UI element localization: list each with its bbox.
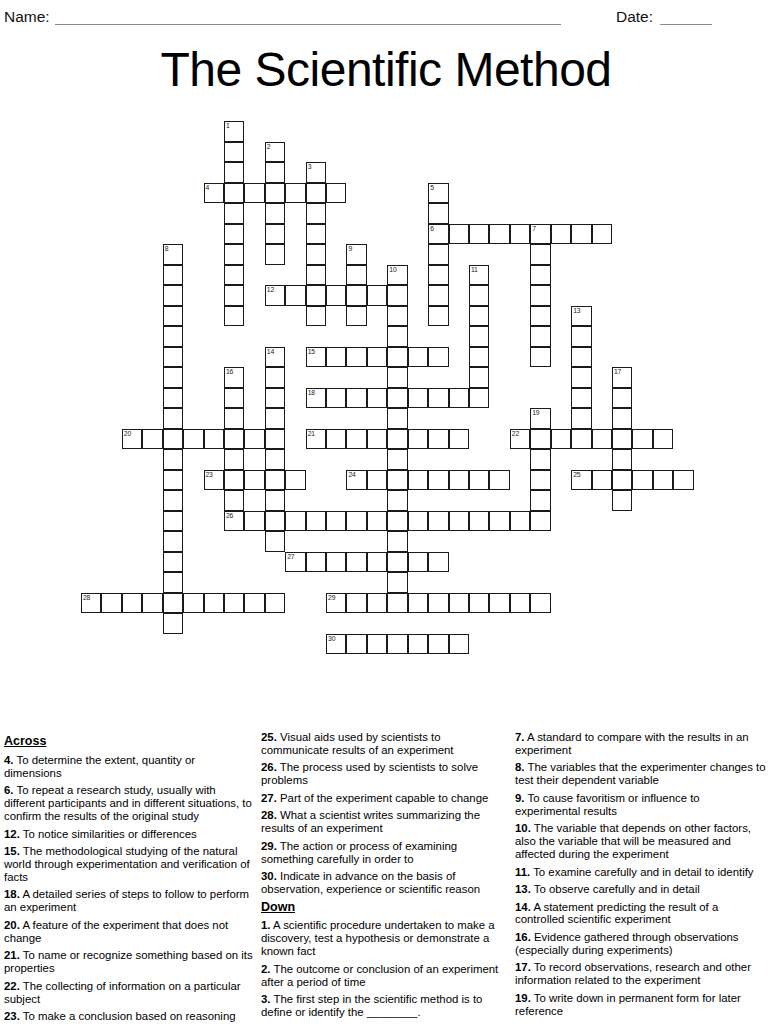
grid-cell[interactable] — [224, 593, 244, 614]
grid-cell[interactable] — [183, 429, 203, 450]
grid-cell[interactable] — [571, 326, 591, 347]
grid-cell[interactable] — [449, 511, 469, 532]
grid-cell[interactable] — [510, 224, 530, 245]
grid-cell[interactable] — [530, 347, 550, 368]
grid-cell[interactable] — [428, 470, 448, 491]
grid-cell[interactable] — [387, 593, 407, 614]
grid-cell[interactable] — [367, 347, 387, 368]
grid-cell[interactable] — [163, 490, 183, 511]
grid-cell[interactable] — [408, 388, 428, 409]
cell-number: 9 — [348, 245, 352, 253]
grid-cell[interactable] — [265, 593, 285, 614]
grid-cell[interactable] — [326, 552, 346, 573]
grid-cell[interactable] — [163, 593, 183, 614]
grid-cell[interactable] — [387, 285, 407, 306]
grid-cell[interactable] — [387, 531, 407, 552]
grid-cell[interactable] — [224, 429, 244, 450]
clue-down-8: 8. The variables that the experimenter c… — [515, 761, 768, 787]
grid-cell[interactable] — [244, 183, 264, 204]
grid-cell[interactable]: 18 — [306, 388, 326, 409]
grid-cell[interactable] — [530, 449, 550, 470]
grid-cell[interactable] — [449, 634, 469, 655]
grid-cell[interactable] — [510, 511, 530, 532]
grid-cell[interactable] — [408, 347, 428, 368]
grid-cell[interactable] — [326, 511, 346, 532]
grid-cell[interactable] — [612, 470, 632, 491]
grid-cell[interactable] — [265, 162, 285, 183]
grid-cell[interactable] — [244, 511, 264, 532]
grid-cell[interactable]: 4 — [204, 183, 224, 204]
clue-across-27: 27. Part of the experiment capable to ch… — [261, 792, 509, 805]
grid-cell[interactable] — [244, 593, 264, 614]
grid-cell[interactable] — [163, 347, 183, 368]
grid-cell[interactable] — [489, 224, 509, 245]
grid-cell[interactable] — [204, 429, 224, 450]
cell-number: 4 — [206, 184, 210, 192]
date-label: Date: — [616, 8, 653, 26]
grid-cell[interactable] — [224, 490, 244, 511]
grid-cell[interactable] — [612, 429, 632, 450]
grid-cell[interactable] — [367, 429, 387, 450]
grid-cell[interactable]: 26 — [224, 511, 244, 532]
grid-cell[interactable] — [265, 388, 285, 409]
grid-cell[interactable]: 24 — [346, 470, 366, 491]
grid-cell[interactable] — [571, 388, 591, 409]
clue-number: 22. — [4, 980, 20, 992]
grid-cell[interactable] — [265, 490, 285, 511]
grid-cell[interactable] — [428, 203, 448, 224]
grid-cell[interactable] — [612, 408, 632, 429]
grid-cell[interactable] — [326, 429, 346, 450]
grid-cell[interactable] — [387, 326, 407, 347]
grid-cell[interactable] — [469, 285, 489, 306]
clue-across-18: 18. A detailed series of steps to follow… — [4, 888, 254, 914]
page-title: The Scientific Method — [0, 42, 772, 97]
grid-cell[interactable] — [346, 306, 366, 327]
grid-cell[interactable] — [530, 265, 550, 286]
clue-across-22: 22. The collecting of information on a p… — [4, 980, 254, 1006]
cell-number: 8 — [165, 245, 169, 253]
cell-number: 13 — [573, 307, 580, 315]
grid-cell[interactable] — [387, 449, 407, 470]
grid-cell[interactable] — [183, 593, 203, 614]
grid-cell[interactable]: 11 — [469, 265, 489, 286]
grid-cell[interactable] — [306, 265, 326, 286]
grid-cell[interactable] — [346, 511, 366, 532]
clue-number: 13. — [515, 883, 531, 895]
grid-cell[interactable] — [224, 224, 244, 245]
grid-cell[interactable] — [306, 244, 326, 265]
grid-cell[interactable] — [387, 490, 407, 511]
clue-across-20: 20. A feature of the experiment that doe… — [4, 919, 254, 945]
cell-number: 15 — [308, 348, 315, 356]
grid-cell[interactable]: 10 — [387, 265, 407, 286]
grid-cell[interactable] — [530, 511, 550, 532]
clue-down-1: 1. A scientific procedure undertaken to … — [261, 919, 509, 958]
grid-cell[interactable] — [163, 408, 183, 429]
clue-down-7: 7. A standard to compare with the result… — [515, 731, 768, 757]
cell-number: 2 — [267, 143, 271, 151]
grid-cell[interactable] — [306, 511, 326, 532]
grid-cell[interactable] — [387, 367, 407, 388]
clue-down-3: 3. The first step in the scientific meth… — [261, 993, 509, 1019]
clue-across-26: 26. The process used by scientists to so… — [261, 761, 509, 787]
grid-cell[interactable] — [489, 593, 509, 614]
grid-cell[interactable]: 21 — [306, 429, 326, 450]
grid-cell[interactable] — [367, 552, 387, 573]
grid-cell[interactable] — [163, 388, 183, 409]
clue-number: 15. — [4, 845, 20, 857]
grid-cell[interactable]: 6 — [428, 224, 448, 245]
grid-cell[interactable] — [530, 429, 550, 450]
cell-number: 3 — [308, 163, 312, 171]
grid-cell[interactable] — [449, 224, 469, 245]
grid-cell[interactable] — [367, 285, 387, 306]
clue-across-15: 15. The methodological studying of the n… — [4, 845, 254, 884]
grid-cell[interactable] — [265, 449, 285, 470]
grid-cell[interactable] — [530, 490, 550, 511]
grid-cell[interactable] — [653, 470, 673, 491]
date-blank-line[interactable] — [660, 8, 712, 25]
grid-cell[interactable] — [285, 285, 305, 306]
grid-cell[interactable] — [306, 224, 326, 245]
cell-number: 19 — [532, 409, 539, 417]
grid-cell[interactable] — [408, 470, 428, 491]
grid-cell[interactable]: 15 — [306, 347, 326, 368]
grid-cell[interactable] — [224, 285, 244, 306]
grid-cell[interactable] — [306, 306, 326, 327]
clue-down-10: 10. The variable that depends on other f… — [515, 822, 768, 861]
grid-cell[interactable] — [163, 613, 183, 634]
grid-cell[interactable] — [653, 429, 673, 450]
grid-cell[interactable] — [449, 429, 469, 450]
grid-cell[interactable] — [428, 347, 448, 368]
grid-cell[interactable] — [306, 183, 326, 204]
grid-cell[interactable] — [469, 593, 489, 614]
clue-number: 9. — [515, 792, 525, 804]
grid-cell[interactable] — [224, 388, 244, 409]
name-blank-line[interactable] — [55, 8, 561, 25]
grid-cell[interactable] — [244, 429, 264, 450]
grid-cell[interactable] — [367, 511, 387, 532]
grid-cell[interactable] — [489, 470, 509, 491]
cell-number: 28 — [83, 594, 90, 602]
grid-cell[interactable]: 20 — [122, 429, 142, 450]
grid-cell[interactable] — [408, 634, 428, 655]
grid-cell[interactable] — [428, 285, 448, 306]
clue-number: 28. — [261, 809, 277, 821]
grid-cell[interactable] — [469, 347, 489, 368]
grid-cell[interactable] — [387, 388, 407, 409]
clue-across-6: 6. To repeat a research study, usually w… — [4, 784, 254, 823]
clue-number: 18. — [4, 888, 20, 900]
grid-cell[interactable] — [346, 388, 366, 409]
grid-cell[interactable] — [571, 347, 591, 368]
down-heading: Down — [261, 901, 509, 914]
grid-cell[interactable] — [224, 183, 244, 204]
grid-cell[interactable] — [632, 470, 652, 491]
grid-cell[interactable] — [530, 470, 550, 491]
grid-cell[interactable] — [530, 593, 550, 614]
grid-cell[interactable]: 8 — [163, 244, 183, 265]
clue-number: 23. — [4, 1010, 20, 1022]
grid-cell[interactable] — [224, 142, 244, 163]
grid-cell[interactable]: 3 — [306, 162, 326, 183]
grid-cell[interactable] — [346, 429, 366, 450]
grid-cell[interactable] — [387, 408, 407, 429]
grid-cell[interactable] — [265, 470, 285, 491]
grid-cell[interactable] — [530, 285, 550, 306]
grid-cell[interactable] — [530, 306, 550, 327]
crossword-grid: 1234567891011121314151617181920212223242… — [81, 121, 694, 654]
grid-cell[interactable] — [306, 552, 326, 573]
clue-number: 11. — [515, 866, 530, 878]
grid-cell[interactable] — [428, 593, 448, 614]
grid-cell[interactable] — [469, 511, 489, 532]
clue-number: 16. — [515, 931, 531, 943]
clue-number: 27. — [261, 792, 277, 804]
grid-cell[interactable] — [163, 367, 183, 388]
grid-cell[interactable] — [469, 367, 489, 388]
grid-cell[interactable] — [571, 367, 591, 388]
grid-cell[interactable] — [163, 470, 183, 491]
grid-cell[interactable] — [204, 593, 224, 614]
grid-cell[interactable] — [428, 634, 448, 655]
grid-cell[interactable]: 12 — [265, 285, 285, 306]
clue-across-30: 30. Indicate in advance on the basis of … — [261, 870, 509, 896]
grid-cell[interactable] — [306, 203, 326, 224]
grid-cell[interactable] — [367, 388, 387, 409]
grid-cell[interactable] — [428, 244, 448, 265]
grid-cell[interactable] — [571, 429, 591, 450]
grid-cell[interactable] — [142, 593, 162, 614]
grid-cell[interactable]: 13 — [571, 306, 591, 327]
clue-number: 14. — [515, 901, 531, 913]
grid-cell[interactable] — [346, 347, 366, 368]
grid-cell[interactable] — [265, 429, 285, 450]
grid-cell[interactable] — [428, 429, 448, 450]
grid-cell[interactable] — [530, 326, 550, 347]
grid-cell[interactable] — [265, 408, 285, 429]
cell-number: 12 — [267, 286, 274, 294]
grid-cell[interactable] — [387, 306, 407, 327]
grid-cell[interactable] — [387, 511, 407, 532]
grid-cell[interactable] — [346, 593, 366, 614]
grid-cell[interactable] — [428, 511, 448, 532]
cell-number: 5 — [430, 184, 434, 192]
grid-cell[interactable] — [163, 552, 183, 573]
clue-column-right: 7. A standard to compare with the result… — [515, 731, 768, 1022]
cell-number: 20 — [124, 430, 131, 438]
grid-cell[interactable] — [346, 634, 366, 655]
cell-number: 16 — [226, 368, 233, 376]
grid-cell[interactable] — [469, 388, 489, 409]
grid-cell[interactable] — [367, 593, 387, 614]
grid-cell[interactable] — [449, 470, 469, 491]
grid-cell[interactable] — [346, 265, 366, 286]
grid-cell[interactable]: 29 — [326, 593, 346, 614]
grid-cell[interactable] — [428, 306, 448, 327]
grid-cell[interactable] — [122, 593, 142, 614]
grid-cell[interactable] — [285, 183, 305, 204]
clue-down-14: 14. A statement predicting the result of… — [515, 901, 768, 927]
across-heading: Across — [4, 735, 254, 748]
clue-down-17: 17. To record observations, research and… — [515, 961, 768, 987]
grid-cell[interactable] — [224, 203, 244, 224]
clue-number: 20. — [4, 919, 20, 931]
grid-cell[interactable] — [326, 388, 346, 409]
grid-cell[interactable] — [510, 593, 530, 614]
grid-cell[interactable] — [265, 244, 285, 265]
grid-cell[interactable] — [449, 388, 469, 409]
grid-cell[interactable]: 22 — [510, 429, 530, 450]
grid-cell[interactable] — [163, 511, 183, 532]
grid-cell[interactable] — [224, 265, 244, 286]
grid-cell[interactable]: 14 — [265, 347, 285, 368]
grid-cell[interactable] — [408, 593, 428, 614]
grid-cell[interactable] — [326, 183, 346, 204]
clue-across-12: 12. To notice similarities or difference… — [4, 828, 254, 841]
clue-number: 4. — [4, 754, 14, 766]
grid-cell[interactable]: 16 — [224, 367, 244, 388]
grid-cell[interactable] — [265, 367, 285, 388]
grid-cell[interactable] — [387, 429, 407, 450]
cell-number: 24 — [348, 471, 355, 479]
grid-cell[interactable] — [571, 224, 591, 245]
grid-cell[interactable] — [224, 408, 244, 429]
grid-cell[interactable]: 23 — [204, 470, 224, 491]
grid-cell[interactable] — [530, 244, 550, 265]
grid-cell[interactable] — [428, 552, 448, 573]
grid-cell[interactable]: 7 — [530, 224, 550, 245]
grid-cell[interactable] — [469, 470, 489, 491]
grid-cell[interactable] — [163, 531, 183, 552]
grid-cell[interactable] — [632, 429, 652, 450]
grid-cell[interactable] — [408, 429, 428, 450]
grid-cell[interactable] — [163, 306, 183, 327]
grid-cell[interactable] — [551, 224, 571, 245]
grid-cell[interactable] — [489, 511, 509, 532]
clue-column-left: Across4. To determine the extent, quanti… — [4, 735, 254, 1024]
clue-number: 10. — [515, 822, 531, 834]
grid-cell[interactable] — [428, 265, 448, 286]
grid-cell[interactable] — [163, 429, 183, 450]
grid-cell[interactable] — [265, 531, 285, 552]
grid-cell[interactable]: 17 — [612, 367, 632, 388]
grid-cell[interactable] — [469, 326, 489, 347]
grid-cell[interactable] — [285, 511, 305, 532]
grid-cell[interactable] — [326, 285, 346, 306]
grid-cell[interactable] — [224, 306, 244, 327]
grid-cell[interactable] — [265, 224, 285, 245]
grid-cell[interactable] — [163, 326, 183, 347]
grid-cell[interactable] — [387, 572, 407, 593]
grid-cell[interactable] — [367, 634, 387, 655]
grid-cell[interactable] — [346, 285, 366, 306]
clue-across-25: 25. Visual aids used by scientists to co… — [261, 731, 509, 757]
grid-cell[interactable] — [265, 183, 285, 204]
clue-down-16: 16. Evidence gathered through observatio… — [515, 931, 768, 957]
grid-cell[interactable] — [224, 162, 244, 183]
grid-cell[interactable] — [367, 470, 387, 491]
grid-cell[interactable] — [101, 593, 121, 614]
clue-column-middle: 25. Visual aids used by scientists to co… — [261, 731, 509, 1024]
grid-cell[interactable]: 30 — [326, 634, 346, 655]
grid-cell[interactable] — [285, 470, 305, 491]
grid-cell[interactable] — [142, 429, 162, 450]
grid-cell[interactable] — [224, 244, 244, 265]
grid-cell[interactable] — [163, 285, 183, 306]
grid-cell[interactable] — [612, 388, 632, 409]
cell-number: 27 — [287, 553, 294, 561]
grid-cell[interactable] — [163, 265, 183, 286]
grid-cell[interactable] — [326, 347, 346, 368]
clue-number: 3. — [261, 993, 271, 1005]
grid-cell[interactable] — [387, 347, 407, 368]
grid-cell[interactable]: 2 — [265, 142, 285, 163]
grid-cell[interactable] — [469, 224, 489, 245]
cell-number: 18 — [308, 389, 315, 397]
grid-cell[interactable] — [551, 429, 571, 450]
cell-number: 21 — [308, 430, 315, 438]
clue-number: 8. — [515, 761, 525, 773]
grid-cell[interactable] — [612, 449, 632, 470]
grid-cell[interactable] — [612, 490, 632, 511]
clue-number: 7. — [515, 731, 525, 743]
grid-cell[interactable] — [408, 511, 428, 532]
grid-cell[interactable] — [265, 511, 285, 532]
grid-cell[interactable] — [387, 470, 407, 491]
cell-number: 7 — [532, 225, 536, 233]
grid-cell[interactable] — [592, 470, 612, 491]
grid-cell[interactable]: 5 — [428, 183, 448, 204]
cell-number: 11 — [471, 266, 478, 274]
cell-number: 22 — [512, 430, 519, 438]
grid-cell[interactable]: 25 — [571, 470, 591, 491]
grid-cell[interactable] — [306, 285, 326, 306]
grid-cell[interactable] — [224, 470, 244, 491]
clue-across-21: 21. To name or recognize something based… — [4, 949, 254, 975]
grid-cell[interactable] — [224, 449, 244, 470]
grid-cell[interactable] — [592, 224, 612, 245]
grid-cell[interactable]: 28 — [81, 593, 101, 614]
clue-down-13: 13. To observe carefully and in detail — [515, 883, 768, 896]
grid-cell[interactable] — [244, 470, 264, 491]
cell-number: 17 — [614, 368, 621, 376]
grid-cell[interactable]: 9 — [346, 244, 366, 265]
clue-across-23: 23. To make a conclusion based on reason… — [4, 1010, 254, 1024]
grid-cell[interactable]: 19 — [530, 408, 550, 429]
grid-cell[interactable] — [592, 429, 612, 450]
grid-cell[interactable] — [387, 634, 407, 655]
grid-cell[interactable] — [346, 552, 366, 573]
grid-cell[interactable] — [408, 552, 428, 573]
grid-cell[interactable]: 27 — [285, 552, 305, 573]
grid-cell[interactable]: 1 — [224, 121, 244, 142]
clue-number: 1. — [261, 919, 271, 931]
grid-cell[interactable] — [163, 449, 183, 470]
grid-cell[interactable] — [387, 552, 407, 573]
cell-number: 10 — [389, 266, 396, 274]
cell-number: 30 — [328, 635, 335, 643]
grid-cell[interactable] — [163, 572, 183, 593]
grid-cell[interactable] — [449, 593, 469, 614]
grid-cell[interactable] — [428, 388, 448, 409]
grid-cell[interactable] — [571, 408, 591, 429]
grid-cell[interactable] — [469, 306, 489, 327]
grid-cell[interactable] — [265, 203, 285, 224]
grid-cell[interactable] — [673, 470, 693, 491]
